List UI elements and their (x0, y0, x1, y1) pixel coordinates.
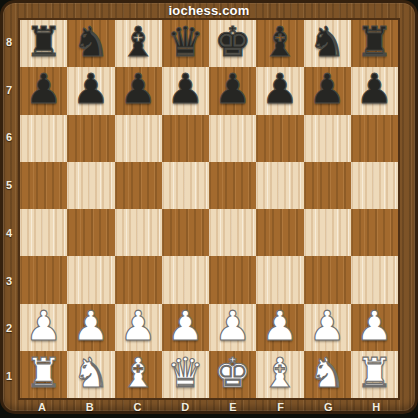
square-g3[interactable] (304, 256, 351, 303)
square-h8[interactable]: ♜ (351, 20, 398, 67)
square-c7[interactable]: ♟ (115, 67, 162, 114)
square-h3[interactable] (351, 256, 398, 303)
square-a6[interactable] (20, 115, 67, 162)
rank-label-6: 6 (0, 114, 18, 162)
square-f2[interactable]: ♟ (256, 304, 303, 351)
square-d4[interactable] (162, 209, 209, 256)
square-d2[interactable]: ♟ (162, 304, 209, 351)
piece-black-rook[interactable]: ♜ (25, 22, 62, 63)
square-g6[interactable] (304, 115, 351, 162)
square-b3[interactable] (67, 256, 114, 303)
piece-black-pawn[interactable]: ♟ (261, 69, 298, 110)
file-label-d: D (161, 400, 209, 414)
square-d7[interactable]: ♟ (162, 67, 209, 114)
file-label-h: H (352, 400, 400, 414)
piece-white-pawn[interactable]: ♟ (72, 306, 109, 347)
piece-black-pawn[interactable]: ♟ (356, 69, 393, 110)
file-labels: A B C D E F G H (18, 400, 400, 414)
site-title: iochess.com (0, 2, 418, 18)
rank-label-2: 2 (0, 305, 18, 353)
square-g5[interactable] (304, 162, 351, 209)
piece-black-pawn[interactable]: ♟ (214, 69, 251, 110)
square-f8[interactable]: ♝ (256, 20, 303, 67)
piece-white-pawn[interactable]: ♟ (25, 306, 62, 347)
square-c3[interactable] (115, 256, 162, 303)
rank-label-3: 3 (0, 257, 18, 305)
file-label-c: C (114, 400, 162, 414)
piece-black-queen[interactable]: ♛ (167, 22, 204, 63)
piece-black-bishop[interactable]: ♝ (261, 22, 298, 63)
piece-black-pawn[interactable]: ♟ (309, 69, 346, 110)
piece-black-pawn[interactable]: ♟ (167, 69, 204, 110)
square-c2[interactable]: ♟ (115, 304, 162, 351)
square-e7[interactable]: ♟ (209, 67, 256, 114)
piece-white-pawn[interactable]: ♟ (309, 306, 346, 347)
piece-white-king[interactable]: ♚ (214, 353, 251, 394)
square-c5[interactable] (115, 162, 162, 209)
piece-black-knight[interactable]: ♞ (72, 22, 109, 63)
square-d1[interactable]: ♛ (162, 351, 209, 398)
piece-white-bishop[interactable]: ♝ (261, 353, 298, 394)
square-h1[interactable]: ♜ (351, 351, 398, 398)
square-a8[interactable]: ♜ (20, 20, 67, 67)
square-h4[interactable] (351, 209, 398, 256)
piece-black-pawn[interactable]: ♟ (25, 69, 62, 110)
square-e3[interactable] (209, 256, 256, 303)
piece-black-king[interactable]: ♚ (214, 22, 251, 63)
piece-black-rook[interactable]: ♜ (356, 22, 393, 63)
piece-white-pawn[interactable]: ♟ (120, 306, 157, 347)
square-c1[interactable]: ♝ (115, 351, 162, 398)
square-f6[interactable] (256, 115, 303, 162)
square-g2[interactable]: ♟ (304, 304, 351, 351)
square-a2[interactable]: ♟ (20, 304, 67, 351)
square-c8[interactable]: ♝ (115, 20, 162, 67)
square-d8[interactable]: ♛ (162, 20, 209, 67)
square-b7[interactable]: ♟ (67, 67, 114, 114)
piece-white-knight[interactable]: ♞ (72, 353, 109, 394)
square-h5[interactable] (351, 162, 398, 209)
file-label-e: E (209, 400, 257, 414)
square-h7[interactable]: ♟ (351, 67, 398, 114)
square-a3[interactable] (20, 256, 67, 303)
square-b5[interactable] (67, 162, 114, 209)
board-grid: ♜♞♝♛♚♝♞♜♟♟♟♟♟♟♟♟♟♟♟♟♟♟♟♟♜♞♝♛♚♝♞♜ (18, 18, 400, 400)
piece-white-pawn[interactable]: ♟ (214, 306, 251, 347)
file-label-a: A (18, 400, 66, 414)
square-g4[interactable] (304, 209, 351, 256)
square-b1[interactable]: ♞ (67, 351, 114, 398)
rank-label-5: 5 (0, 161, 18, 209)
file-label-b: B (66, 400, 114, 414)
square-a7[interactable]: ♟ (20, 67, 67, 114)
square-e8[interactable]: ♚ (209, 20, 256, 67)
square-b8[interactable]: ♞ (67, 20, 114, 67)
square-a1[interactable]: ♜ (20, 351, 67, 398)
square-a5[interactable] (20, 162, 67, 209)
square-h2[interactable]: ♟ (351, 304, 398, 351)
piece-white-rook[interactable]: ♜ (25, 353, 62, 394)
square-g8[interactable]: ♞ (304, 20, 351, 67)
piece-white-pawn[interactable]: ♟ (261, 306, 298, 347)
square-e4[interactable] (209, 209, 256, 256)
square-b4[interactable] (67, 209, 114, 256)
rank-labels: 8 7 6 5 4 3 2 1 (0, 18, 18, 400)
square-c4[interactable] (115, 209, 162, 256)
square-b6[interactable] (67, 115, 114, 162)
square-g7[interactable]: ♟ (304, 67, 351, 114)
piece-white-rook[interactable]: ♜ (356, 353, 393, 394)
rank-label-7: 7 (0, 66, 18, 114)
square-f7[interactable]: ♟ (256, 67, 303, 114)
piece-white-queen[interactable]: ♛ (167, 353, 204, 394)
rank-label-1: 1 (0, 352, 18, 400)
piece-black-knight[interactable]: ♞ (309, 22, 346, 63)
square-g1[interactable]: ♞ (304, 351, 351, 398)
square-e2[interactable]: ♟ (209, 304, 256, 351)
square-e5[interactable] (209, 162, 256, 209)
piece-white-knight[interactable]: ♞ (309, 353, 346, 394)
square-e1[interactable]: ♚ (209, 351, 256, 398)
square-f1[interactable]: ♝ (256, 351, 303, 398)
file-label-f: F (257, 400, 305, 414)
square-a4[interactable] (20, 209, 67, 256)
rank-label-8: 8 (0, 18, 18, 66)
square-d3[interactable] (162, 256, 209, 303)
piece-white-pawn[interactable]: ♟ (356, 306, 393, 347)
square-d6[interactable] (162, 115, 209, 162)
piece-black-bishop[interactable]: ♝ (120, 22, 157, 63)
piece-white-pawn[interactable]: ♟ (167, 306, 204, 347)
square-f5[interactable] (256, 162, 303, 209)
piece-black-pawn[interactable]: ♟ (72, 69, 109, 110)
file-label-g: G (305, 400, 353, 414)
square-e6[interactable] (209, 115, 256, 162)
rank-label-4: 4 (0, 209, 18, 257)
square-d5[interactable] (162, 162, 209, 209)
square-f3[interactable] (256, 256, 303, 303)
square-h6[interactable] (351, 115, 398, 162)
square-c6[interactable] (115, 115, 162, 162)
piece-white-bishop[interactable]: ♝ (120, 353, 157, 394)
square-f4[interactable] (256, 209, 303, 256)
square-b2[interactable]: ♟ (67, 304, 114, 351)
piece-black-pawn[interactable]: ♟ (120, 69, 157, 110)
